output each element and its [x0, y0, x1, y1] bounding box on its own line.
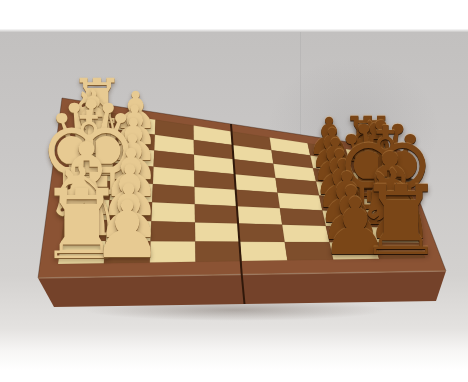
square-g3: [151, 221, 196, 241]
square-h1: [58, 241, 106, 264]
square-f8: [365, 212, 413, 228]
square-h2: [104, 241, 151, 263]
square-e7: [319, 196, 365, 213]
square-h6: [285, 242, 334, 260]
square-e6: [278, 193, 323, 211]
square-e2: [110, 181, 153, 202]
square-e3: [152, 184, 195, 204]
square-h8: [374, 243, 425, 259]
square-f4: [195, 204, 239, 223]
square-h7: [330, 242, 380, 259]
square-f7: [322, 210, 369, 227]
square-d3: [153, 167, 195, 187]
square-g4: [195, 222, 240, 241]
square-f1: [64, 198, 109, 220]
square-d2: [111, 163, 153, 184]
square-g5: [239, 224, 285, 242]
square-f3: [151, 202, 195, 222]
square-d1: [70, 159, 113, 181]
square-h3: [150, 241, 196, 262]
square-h5: [240, 242, 287, 261]
square-g7: [326, 226, 374, 243]
square-e4: [195, 187, 238, 206]
square-e5: [236, 190, 280, 209]
square-g1: [61, 219, 108, 241]
square-g8: [370, 227, 419, 243]
photo-scene: ♜♟♟♜♞♟♟♞♝♟♟♝♛♟♟♛♚♟♟♚♝♟♟♝♞♟♟♞♜♟♟♜: [0, 0, 468, 382]
square-g6: [282, 225, 329, 243]
square-h4: [195, 242, 241, 262]
square-f6: [280, 208, 326, 226]
square-f5: [237, 206, 282, 224]
square-f2: [108, 200, 152, 221]
square-e1: [67, 178, 111, 200]
square-g2: [106, 220, 151, 241]
board-svg: [0, 0, 468, 382]
